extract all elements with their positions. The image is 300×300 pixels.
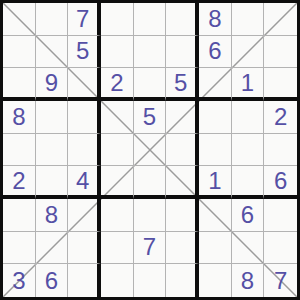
cell-r5c2[interactable] — [36, 134, 69, 167]
cell-r1c5[interactable] — [134, 3, 167, 36]
cell-r5c6[interactable] — [166, 134, 199, 167]
cell-r9c3[interactable] — [68, 264, 101, 297]
cell-r4c7[interactable] — [199, 101, 232, 134]
sudoku-board: 7856925185224168673687 — [0, 0, 300, 300]
cell-r8c3[interactable] — [68, 232, 101, 265]
given-digit: 7 — [274, 269, 287, 293]
cell-r7c3[interactable] — [68, 199, 101, 232]
given-digit: 7 — [76, 7, 89, 31]
given-digit: 5 — [174, 71, 187, 95]
cell-r2c9[interactable] — [264, 36, 297, 69]
cell-r1c7[interactable]: 8 — [199, 3, 232, 36]
cell-r9c5[interactable] — [134, 264, 167, 297]
cell-r7c4[interactable] — [101, 199, 134, 232]
cell-r1c1[interactable] — [3, 3, 36, 36]
cell-r2c4[interactable] — [101, 36, 134, 69]
sudoku-grid: 7856925185224168673687 — [3, 3, 297, 297]
cell-r6c1[interactable]: 2 — [3, 166, 36, 199]
cell-r3c7[interactable] — [199, 68, 232, 101]
cell-r2c8[interactable] — [232, 36, 265, 69]
cell-r1c8[interactable] — [232, 3, 265, 36]
cell-r7c6[interactable] — [166, 199, 199, 232]
cell-r4c5[interactable]: 5 — [134, 101, 167, 134]
given-digit: 6 — [274, 169, 287, 193]
cell-r5c4[interactable] — [101, 134, 134, 167]
given-digit: 6 — [208, 39, 221, 63]
cell-r4c2[interactable] — [36, 101, 69, 134]
given-digit: 8 — [12, 105, 25, 129]
given-digit: 3 — [12, 269, 25, 293]
cell-r7c8[interactable]: 6 — [232, 199, 265, 232]
given-digit: 8 — [208, 7, 221, 31]
cell-r4c8[interactable] — [232, 101, 265, 134]
cell-r8c7[interactable] — [199, 232, 232, 265]
given-digit: 7 — [143, 235, 156, 259]
cell-r9c8[interactable]: 8 — [232, 264, 265, 297]
cell-r3c1[interactable] — [3, 68, 36, 101]
cell-r9c6[interactable] — [166, 264, 199, 297]
given-digit: 9 — [45, 71, 58, 95]
cell-r1c4[interactable] — [101, 3, 134, 36]
given-digit: 1 — [241, 71, 254, 95]
given-digit: 8 — [241, 269, 254, 293]
cell-r3c3[interactable] — [68, 68, 101, 101]
cell-r6c2[interactable] — [36, 166, 69, 199]
cell-r3c8[interactable]: 1 — [232, 68, 265, 101]
cell-r6c8[interactable] — [232, 166, 265, 199]
cell-r4c3[interactable] — [68, 101, 101, 134]
cell-r3c5[interactable] — [134, 68, 167, 101]
given-digit: 5 — [76, 39, 89, 63]
cell-r8c6[interactable] — [166, 232, 199, 265]
cell-r3c2[interactable]: 9 — [36, 68, 69, 101]
cell-r2c5[interactable] — [134, 36, 167, 69]
cell-r4c4[interactable] — [101, 101, 134, 134]
given-digit: 2 — [110, 71, 123, 95]
cell-r8c2[interactable] — [36, 232, 69, 265]
cell-r9c1[interactable]: 3 — [3, 264, 36, 297]
cell-r6c7[interactable]: 1 — [199, 166, 232, 199]
cell-r6c3[interactable]: 4 — [68, 166, 101, 199]
cell-r8c9[interactable] — [264, 232, 297, 265]
cell-r1c9[interactable] — [264, 3, 297, 36]
cell-r3c6[interactable]: 5 — [166, 68, 199, 101]
cell-r6c4[interactable] — [101, 166, 134, 199]
cell-r1c3[interactable]: 7 — [68, 3, 101, 36]
cell-r7c7[interactable] — [199, 199, 232, 232]
cell-r9c7[interactable] — [199, 264, 232, 297]
cell-r4c9[interactable]: 2 — [264, 101, 297, 134]
cell-r8c4[interactable] — [101, 232, 134, 265]
cell-r5c5[interactable] — [134, 134, 167, 167]
cell-r7c5[interactable] — [134, 199, 167, 232]
given-digit: 2 — [12, 169, 25, 193]
cell-r1c6[interactable] — [166, 3, 199, 36]
cell-r5c3[interactable] — [68, 134, 101, 167]
cell-r2c6[interactable] — [166, 36, 199, 69]
cell-r9c2[interactable]: 6 — [36, 264, 69, 297]
cell-r6c5[interactable] — [134, 166, 167, 199]
cell-r3c9[interactable] — [264, 68, 297, 101]
cell-r8c8[interactable] — [232, 232, 265, 265]
given-digit: 2 — [274, 105, 287, 129]
given-digit: 4 — [76, 169, 89, 193]
cell-r5c1[interactable] — [3, 134, 36, 167]
cell-r7c1[interactable] — [3, 199, 36, 232]
cell-r1c2[interactable] — [36, 3, 69, 36]
cell-r5c8[interactable] — [232, 134, 265, 167]
cell-r2c2[interactable] — [36, 36, 69, 69]
cell-r6c6[interactable] — [166, 166, 199, 199]
cell-r8c5[interactable]: 7 — [134, 232, 167, 265]
cell-r8c1[interactable] — [3, 232, 36, 265]
given-digit: 6 — [241, 203, 254, 227]
cell-r2c1[interactable] — [3, 36, 36, 69]
cell-r6c9[interactable]: 6 — [264, 166, 297, 199]
cell-r4c6[interactable] — [166, 101, 199, 134]
cell-r9c9[interactable]: 7 — [264, 264, 297, 297]
given-digit: 8 — [45, 203, 58, 227]
given-digit: 5 — [143, 105, 156, 129]
cell-r9c4[interactable] — [101, 264, 134, 297]
cell-r7c2[interactable]: 8 — [36, 199, 69, 232]
cell-r4c1[interactable]: 8 — [3, 101, 36, 134]
given-digit: 1 — [208, 169, 221, 193]
cell-r5c9[interactable] — [264, 134, 297, 167]
cell-r7c9[interactable] — [264, 199, 297, 232]
cell-r3c4[interactable]: 2 — [101, 68, 134, 101]
cell-r5c7[interactable] — [199, 134, 232, 167]
cell-r2c3[interactable]: 5 — [68, 36, 101, 69]
given-digit: 6 — [45, 269, 58, 293]
cell-r2c7[interactable]: 6 — [199, 36, 232, 69]
